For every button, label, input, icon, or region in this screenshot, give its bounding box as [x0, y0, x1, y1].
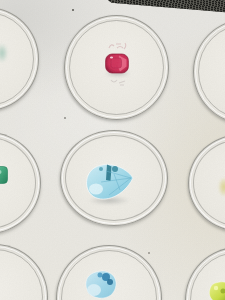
gem-tray-photo [0, 0, 225, 300]
gem-jar-bottom-left [0, 244, 48, 300]
foam-speck [72, 9, 74, 11]
ruby-glint [110, 56, 113, 58]
foam-speck [148, 252, 150, 254]
blue-gem-dark-facet-3 [98, 273, 103, 278]
case-edge-dark-strip [108, 0, 225, 14]
blue-gem-bottom [84, 270, 118, 299]
aquamarine-sparkle [89, 184, 103, 195]
aquamarine-dark-spot-2 [99, 167, 103, 171]
handwritten-mark-above-ruby [106, 40, 130, 52]
aquamarine-pear-gem [84, 162, 134, 203]
peridot-corner-gem [208, 281, 225, 300]
peridot-glint [214, 286, 218, 290]
emerald-edge-gem [0, 166, 8, 184]
aquamarine-dark-spot [112, 166, 118, 172]
gem-jar-top-right [193, 19, 225, 124]
blue-gem-dark-facet-2 [107, 279, 113, 285]
foam-speck [64, 117, 66, 119]
handwritten-mark-below-ruby [108, 76, 128, 88]
ruby-table-facet [111, 58, 122, 68]
blue-gem-sparkle [87, 284, 101, 296]
ruby-cushion-gem [105, 53, 129, 74]
emerald-body [0, 167, 8, 184]
yellow-gem-edge [218, 177, 225, 197]
